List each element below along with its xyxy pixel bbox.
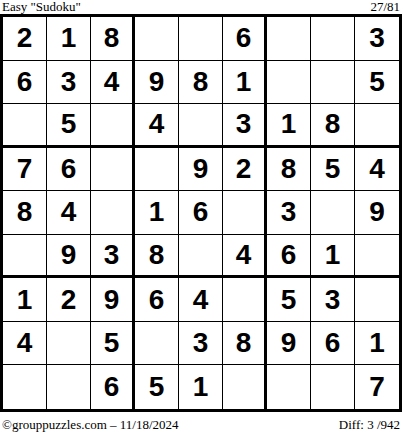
cell-r5c7: 3 (267, 191, 311, 235)
cell-r3c2: 5 (47, 104, 91, 148)
cell-r4c9: 4 (355, 148, 399, 192)
puzzle-number: 27/81 (370, 0, 400, 15)
cell-r2c8 (311, 61, 355, 105)
page-footer: ©grouppuzzles.com – 11/18/2024 Diff: 3 /… (0, 412, 402, 437)
cell-r7c2: 2 (47, 278, 91, 322)
cell-r1c1: 2 (3, 17, 47, 61)
cell-r5c2: 4 (47, 191, 91, 235)
cell-r9c4: 5 (135, 365, 179, 409)
cell-r3c1 (3, 104, 47, 148)
cell-r9c8 (311, 365, 355, 409)
copyright-text: ©grouppuzzles.com – 11/18/2024 (2, 417, 179, 433)
cell-r5c6 (223, 191, 267, 235)
cell-r1c7 (267, 17, 311, 61)
page-header: Easy "Sudoku" 27/81 (0, 0, 402, 14)
cell-r5c4: 1 (135, 191, 179, 235)
cell-r7c6 (223, 278, 267, 322)
cell-r5c8 (311, 191, 355, 235)
puzzle-page: Easy "Sudoku" 27/81 21863634981554318769… (0, 0, 402, 437)
cell-r2c9: 5 (355, 61, 399, 105)
cell-r2c6: 1 (223, 61, 267, 105)
cell-r3c3 (91, 104, 135, 148)
cell-r2c4: 9 (135, 61, 179, 105)
cell-r3c4: 4 (135, 104, 179, 148)
cell-r7c4: 6 (135, 278, 179, 322)
cell-r4c7: 8 (267, 148, 311, 192)
cell-r8c4 (135, 322, 179, 366)
sudoku-board: 2186363498155431876928548416399384611296… (0, 14, 402, 412)
cell-r1c9: 3 (355, 17, 399, 61)
cell-r4c6: 2 (223, 148, 267, 192)
cell-r7c3: 9 (91, 278, 135, 322)
cell-r8c1: 4 (3, 322, 47, 366)
cell-r3c7: 1 (267, 104, 311, 148)
cell-r4c8: 5 (311, 148, 355, 192)
cell-r8c2 (47, 322, 91, 366)
cell-r9c1 (3, 365, 47, 409)
cell-r8c9: 1 (355, 322, 399, 366)
cell-r5c9: 9 (355, 191, 399, 235)
cell-r4c3 (91, 148, 135, 192)
cell-r7c8: 3 (311, 278, 355, 322)
cell-r1c2: 1 (47, 17, 91, 61)
cell-r6c5 (179, 235, 223, 279)
cell-r8c5: 3 (179, 322, 223, 366)
puzzle-title: Easy "Sudoku" (2, 0, 81, 15)
cell-r9c3: 6 (91, 365, 135, 409)
cell-r4c4 (135, 148, 179, 192)
cell-r3c5 (179, 104, 223, 148)
cell-r6c8: 1 (311, 235, 355, 279)
cell-r2c2: 3 (47, 61, 91, 105)
cell-r2c5: 8 (179, 61, 223, 105)
cell-r3c6: 3 (223, 104, 267, 148)
cell-r7c5: 4 (179, 278, 223, 322)
cell-r7c7: 5 (267, 278, 311, 322)
cell-r2c3: 4 (91, 61, 135, 105)
cell-r9c5: 1 (179, 365, 223, 409)
cell-r9c9: 7 (355, 365, 399, 409)
cell-r1c5 (179, 17, 223, 61)
cell-r1c3: 8 (91, 17, 135, 61)
cell-r6c3: 3 (91, 235, 135, 279)
cell-r6c2: 9 (47, 235, 91, 279)
cell-r3c8: 8 (311, 104, 355, 148)
cell-r4c2: 6 (47, 148, 91, 192)
cell-r5c5: 6 (179, 191, 223, 235)
cell-r8c7: 9 (267, 322, 311, 366)
cell-r5c1: 8 (3, 191, 47, 235)
cell-r2c1: 6 (3, 61, 47, 105)
cell-r6c9 (355, 235, 399, 279)
cell-r9c2 (47, 365, 91, 409)
cell-r9c6 (223, 365, 267, 409)
cell-r5c3 (91, 191, 135, 235)
difficulty-text: Diff: 3 /942 (339, 417, 400, 433)
cell-r8c6: 8 (223, 322, 267, 366)
cell-r6c7: 6 (267, 235, 311, 279)
cell-r4c1: 7 (3, 148, 47, 192)
cell-r7c1: 1 (3, 278, 47, 322)
cell-r6c6: 4 (223, 235, 267, 279)
cell-r8c3: 5 (91, 322, 135, 366)
cell-r1c6: 6 (223, 17, 267, 61)
cell-r1c8 (311, 17, 355, 61)
cell-r9c7 (267, 365, 311, 409)
cell-r3c9 (355, 104, 399, 148)
cell-r4c5: 9 (179, 148, 223, 192)
cell-r8c8: 6 (311, 322, 355, 366)
cell-r2c7 (267, 61, 311, 105)
cell-r6c4: 8 (135, 235, 179, 279)
cell-r7c9 (355, 278, 399, 322)
cell-r1c4 (135, 17, 179, 61)
cell-r6c1 (3, 235, 47, 279)
